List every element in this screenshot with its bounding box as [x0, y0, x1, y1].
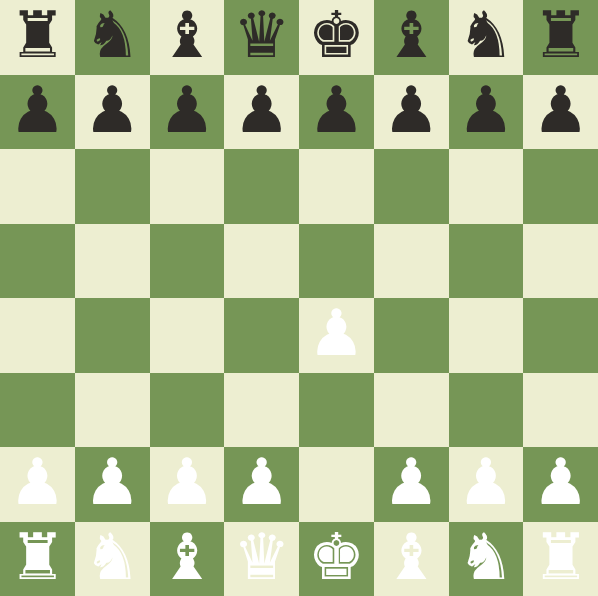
square-c4[interactable] [150, 298, 225, 373]
square-e2[interactable] [299, 447, 374, 522]
square-e8[interactable]: ♚ [299, 0, 374, 75]
square-f5[interactable] [374, 224, 449, 299]
square-d5[interactable] [224, 224, 299, 299]
square-g6[interactable] [449, 149, 524, 224]
square-a6[interactable] [0, 149, 75, 224]
square-h5[interactable] [523, 224, 598, 299]
square-g8[interactable]: ♞ [449, 0, 524, 75]
square-f3[interactable] [374, 373, 449, 448]
square-e7[interactable]: ♟ [299, 75, 374, 150]
piece-black-knight[interactable]: ♞ [457, 3, 514, 67]
piece-white-knight[interactable]: ♞ [83, 525, 140, 589]
square-g5[interactable] [449, 224, 524, 299]
square-e3[interactable] [299, 373, 374, 448]
piece-black-pawn[interactable]: ♟ [158, 78, 215, 142]
piece-black-knight[interactable]: ♞ [83, 3, 140, 67]
piece-white-bishop[interactable]: ♝ [158, 525, 215, 589]
piece-white-pawn[interactable]: ♟ [532, 450, 589, 514]
square-f2[interactable]: ♟ [374, 447, 449, 522]
square-f4[interactable] [374, 298, 449, 373]
square-h7[interactable]: ♟ [523, 75, 598, 150]
chess-board-container: ♜♞♝♛♚♝♞♜♟♟♟♟♟♟♟♟♟♟♟♟♟♟♟♟♜♞♝♛♚♝♞♜ [0, 0, 598, 596]
piece-white-queen[interactable]: ♛ [233, 525, 290, 589]
square-b3[interactable] [75, 373, 150, 448]
piece-white-pawn[interactable]: ♟ [158, 450, 215, 514]
square-a7[interactable]: ♟ [0, 75, 75, 150]
piece-white-rook[interactable]: ♜ [9, 525, 66, 589]
square-f1[interactable]: ♝ [374, 522, 449, 596]
piece-white-pawn[interactable]: ♟ [83, 450, 140, 514]
piece-white-pawn[interactable]: ♟ [308, 301, 365, 365]
piece-white-rook[interactable]: ♜ [532, 525, 589, 589]
piece-black-king[interactable]: ♚ [308, 3, 365, 67]
square-a3[interactable] [0, 373, 75, 448]
square-c3[interactable] [150, 373, 225, 448]
square-g4[interactable] [449, 298, 524, 373]
square-c8[interactable]: ♝ [150, 0, 225, 75]
square-a5[interactable] [0, 224, 75, 299]
piece-black-bishop[interactable]: ♝ [158, 3, 215, 67]
piece-black-pawn[interactable]: ♟ [382, 78, 439, 142]
chess-board: ♜♞♝♛♚♝♞♜♟♟♟♟♟♟♟♟♟♟♟♟♟♟♟♟♜♞♝♛♚♝♞♜ [0, 0, 598, 596]
piece-black-rook[interactable]: ♜ [532, 3, 589, 67]
piece-black-queen[interactable]: ♛ [233, 3, 290, 67]
piece-black-bishop[interactable]: ♝ [382, 3, 439, 67]
square-c6[interactable] [150, 149, 225, 224]
square-d8[interactable]: ♛ [224, 0, 299, 75]
square-a1[interactable]: ♜ [0, 522, 75, 596]
square-g2[interactable]: ♟ [449, 447, 524, 522]
square-c2[interactable]: ♟ [150, 447, 225, 522]
square-a2[interactable]: ♟ [0, 447, 75, 522]
piece-white-pawn[interactable]: ♟ [382, 450, 439, 514]
square-e5[interactable] [299, 224, 374, 299]
square-g1[interactable]: ♞ [449, 522, 524, 596]
square-d3[interactable] [224, 373, 299, 448]
square-e1[interactable]: ♚ [299, 522, 374, 596]
square-c7[interactable]: ♟ [150, 75, 225, 150]
square-f8[interactable]: ♝ [374, 0, 449, 75]
square-h1[interactable]: ♜ [523, 522, 598, 596]
square-e6[interactable] [299, 149, 374, 224]
square-h6[interactable] [523, 149, 598, 224]
piece-black-pawn[interactable]: ♟ [308, 78, 365, 142]
square-d2[interactable]: ♟ [224, 447, 299, 522]
square-b7[interactable]: ♟ [75, 75, 150, 150]
piece-black-pawn[interactable]: ♟ [532, 78, 589, 142]
square-a8[interactable]: ♜ [0, 0, 75, 75]
square-h2[interactable]: ♟ [523, 447, 598, 522]
square-d6[interactable] [224, 149, 299, 224]
square-d4[interactable] [224, 298, 299, 373]
square-f7[interactable]: ♟ [374, 75, 449, 150]
piece-black-pawn[interactable]: ♟ [83, 78, 140, 142]
piece-white-pawn[interactable]: ♟ [233, 450, 290, 514]
piece-white-bishop[interactable]: ♝ [382, 525, 439, 589]
piece-white-king[interactable]: ♚ [308, 525, 365, 589]
piece-black-pawn[interactable]: ♟ [9, 78, 66, 142]
square-h4[interactable] [523, 298, 598, 373]
square-g3[interactable] [449, 373, 524, 448]
piece-black-rook[interactable]: ♜ [9, 3, 66, 67]
piece-black-pawn[interactable]: ♟ [233, 78, 290, 142]
square-b5[interactable] [75, 224, 150, 299]
square-b1[interactable]: ♞ [75, 522, 150, 596]
square-d7[interactable]: ♟ [224, 75, 299, 150]
piece-white-pawn[interactable]: ♟ [457, 450, 514, 514]
piece-white-pawn[interactable]: ♟ [9, 450, 66, 514]
square-b4[interactable] [75, 298, 150, 373]
square-c5[interactable] [150, 224, 225, 299]
square-g7[interactable]: ♟ [449, 75, 524, 150]
piece-black-pawn[interactable]: ♟ [457, 78, 514, 142]
square-a4[interactable] [0, 298, 75, 373]
square-f6[interactable] [374, 149, 449, 224]
piece-white-knight[interactable]: ♞ [457, 525, 514, 589]
square-h8[interactable]: ♜ [523, 0, 598, 75]
square-b8[interactable]: ♞ [75, 0, 150, 75]
square-c1[interactable]: ♝ [150, 522, 225, 596]
square-b6[interactable] [75, 149, 150, 224]
square-d1[interactable]: ♛ [224, 522, 299, 596]
square-e4[interactable]: ♟ [299, 298, 374, 373]
square-h3[interactable] [523, 373, 598, 448]
square-b2[interactable]: ♟ [75, 447, 150, 522]
